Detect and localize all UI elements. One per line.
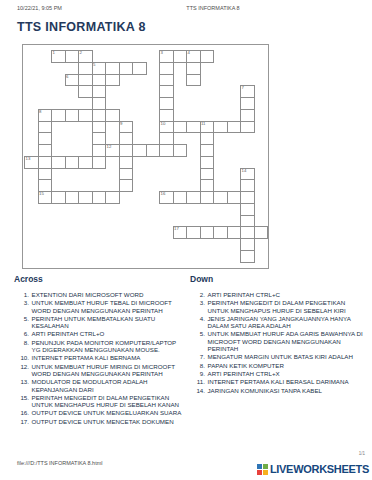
across-clue: 15.PERINTAH MENGEDIT DI DALAM PENGETIKAN… <box>14 394 186 409</box>
crossword-cell[interactable] <box>105 74 120 87</box>
crossword-cell[interactable] <box>92 156 107 169</box>
crossword-cell[interactable]: 12 <box>105 144 120 157</box>
clue-number: 17. <box>14 418 32 425</box>
down-clue: 9.ARTI PERINTAH CTRL+X <box>190 370 368 377</box>
clue-number-in-cell: 4 <box>188 51 190 56</box>
clue-number: 8. <box>14 339 32 354</box>
clue-number-in-cell: 14 <box>242 169 247 174</box>
clue-number: 2. <box>190 291 208 298</box>
clue-number-in-cell: 12 <box>107 145 112 150</box>
clue-number-in-cell: 1 <box>53 51 55 56</box>
clue-number-in-cell: 6 <box>66 75 68 80</box>
down-clue: 5.UNTUK MEMBUAT HURUF ADA GARIS BAWAHNYA… <box>190 330 368 352</box>
clue-number: 1. <box>14 291 32 298</box>
clue-number: 8. <box>190 362 208 369</box>
down-clue: 8.PAPAN KETIK KOMPUTER <box>190 362 368 369</box>
clue-text: ARTI PERINTAH CTRL+X <box>208 370 369 377</box>
crossword-cell[interactable] <box>240 250 255 263</box>
clue-number: 3. <box>14 299 32 314</box>
logo-color-square <box>257 470 262 475</box>
clue-text: PERINTAH MENGEDIT DI DALAM PENGETIKAN UN… <box>208 299 369 314</box>
clue-number: 5. <box>14 315 32 330</box>
clue-text: INTERNET PERTAMA KALI BERNAMA <box>32 354 187 361</box>
clue-number-in-cell: 10 <box>161 122 166 127</box>
across-heading: Across <box>14 274 186 284</box>
crossword-cell[interactable] <box>227 226 242 239</box>
crossword-cell[interactable] <box>51 156 66 169</box>
down-clue: 4.JENIS JARINGAN YANG JANGKAUANNYA HANYA… <box>190 315 368 330</box>
down-heading: Down <box>190 274 368 284</box>
footer-page-number: 1/1 <box>359 451 365 456</box>
down-clue: 2.ARTI PERINTAH CTRL+C <box>190 291 368 298</box>
crossword-cell[interactable] <box>78 109 93 122</box>
across-clues-section: Across 1.EXTENTION DARI MICROSOFT WORD3.… <box>14 274 186 426</box>
across-clue: 17.OUTPUT DEVICE UNTUK MENCETAK DOKUMEN <box>14 418 186 425</box>
crossword-cell[interactable]: 13 <box>24 156 39 169</box>
clue-text: UNTUK MEMBUAT HURUF ADA GARIS BAWAHNYA D… <box>208 330 369 352</box>
clue-text: EXTENTION DARI MICROSOFT WORD <box>32 291 187 298</box>
crossword-cell[interactable] <box>173 121 188 134</box>
crossword-cell[interactable] <box>227 191 242 204</box>
clue-text: ARTI PERINTAH CTRL+C <box>208 291 369 298</box>
liveworksheets-logo: LIVEWORKSHEETS <box>257 463 369 475</box>
crossword-cell[interactable] <box>254 226 269 239</box>
crossword-cell[interactable]: 1 <box>51 50 66 63</box>
liveworksheets-grid-icon <box>257 464 268 475</box>
crossword-cell[interactable] <box>186 74 201 87</box>
clue-number: 10. <box>14 354 32 361</box>
across-clue: 1.EXTENTION DARI MICROSOFT WORD <box>14 291 186 298</box>
header-datetime: 10/22/21, 9:05 PM <box>17 5 62 11</box>
crossword-cell[interactable] <box>213 191 228 204</box>
logo-color-square <box>263 470 268 475</box>
down-clue: 3.PERINTAH MENGEDIT DI DALAM PENGETIKAN … <box>190 299 368 314</box>
down-clue: 11.INTERNET PERTAMA KALI BERASAL DARIMAN… <box>190 378 368 385</box>
clue-number-in-cell: 13 <box>26 157 31 162</box>
crossword-cell[interactable]: 6 <box>65 74 80 87</box>
crossword-cell[interactable] <box>200 226 215 239</box>
crossword-cell[interactable] <box>119 179 134 192</box>
crossword-cell[interactable] <box>119 62 134 75</box>
clue-text: ARTI PERINTAH CTRL+O <box>32 330 187 337</box>
down-clues-section: Down 2.ARTI PERINTAH CTRL+C3.PERINTAH ME… <box>190 274 368 395</box>
crossword-cell[interactable] <box>213 121 228 134</box>
crossword-cell[interactable] <box>78 85 93 98</box>
crossword-cell[interactable] <box>51 191 66 204</box>
clue-number: 13. <box>14 378 32 393</box>
clue-text: OUTPUT DEVICE UNTUK MENCETAK DOKUMEN <box>32 418 187 425</box>
liveworksheets-logo-text: LIVEWORKSHEETS <box>270 463 369 475</box>
clue-number: 12. <box>14 363 32 378</box>
crossword-cell[interactable] <box>105 109 120 122</box>
clue-number: 4. <box>190 315 208 330</box>
clue-number: 11. <box>190 378 208 385</box>
clue-text: MODULATOR DE MODULATOR ADALAH KEPANJANGA… <box>32 378 187 393</box>
crossword-cell[interactable] <box>132 62 147 75</box>
clue-number-in-cell: 8 <box>39 110 41 115</box>
crossword-cell[interactable] <box>159 144 174 157</box>
clue-number-in-cell: 17 <box>174 227 179 232</box>
across-clue: 16.OUTPUT DEVICE UNTUK MENGELUARKAN SUAR… <box>14 409 186 416</box>
crossword-cell[interactable] <box>186 226 201 239</box>
clue-text: PENUNJUK PADA MONITOR KOMPUTER/LAPTOP YG… <box>32 339 187 354</box>
crossword-cell[interactable] <box>65 191 80 204</box>
clue-number: 16. <box>14 409 32 416</box>
clue-number: 14. <box>190 387 208 394</box>
clue-number-in-cell: 2 <box>80 51 82 56</box>
crossword-cell[interactable] <box>213 226 228 239</box>
clue-text: JARINGAN KOMUNIKASI TANPA KABEL <box>208 387 369 394</box>
crossword-cell[interactable] <box>65 50 80 63</box>
crossword-cell[interactable] <box>105 191 120 204</box>
across-clue: 12.UNTUK MEMBUAT HURUF MIRING DI MICROOF… <box>14 363 186 378</box>
across-clue-list: 1.EXTENTION DARI MICROSOFT WORD3.UNTUK M… <box>14 291 186 425</box>
header-doc-title: TTS INFORMATIKA 8 <box>186 5 239 11</box>
crossword-cell[interactable] <box>200 191 215 204</box>
crossword-cell[interactable] <box>65 156 80 169</box>
crossword-cell[interactable] <box>51 109 66 122</box>
clue-number-in-cell: 16 <box>161 192 166 197</box>
clue-text: OUTPUT DEVICE UNTUK MENGELUARKAN SUARA <box>32 409 187 416</box>
across-clue: 13.MODULATOR DE MODULATOR ADALAH KEPANJA… <box>14 378 186 393</box>
clue-text: PERINTAH MENGEDIT DI DALAM PENGETIKAN UN… <box>32 394 187 409</box>
crossword-cell[interactable] <box>173 191 188 204</box>
crossword-cell[interactable] <box>173 144 188 157</box>
crossword-cell[interactable] <box>240 121 255 134</box>
crossword-cell[interactable] <box>146 144 161 157</box>
crossword-grid: 1234567891011121314151617 <box>22 44 269 269</box>
clue-number: 5. <box>190 330 208 352</box>
logo-color-square <box>257 464 262 469</box>
crossword-cell[interactable] <box>173 50 188 63</box>
crossword-cell[interactable] <box>186 121 201 134</box>
crossword-cell[interactable]: 17 <box>173 226 188 239</box>
crossword-cell[interactable]: 16 <box>159 191 174 204</box>
crossword-cell[interactable] <box>200 50 215 63</box>
crossword-cell[interactable] <box>227 121 242 134</box>
clue-number: 7. <box>190 353 208 360</box>
clue-number-in-cell: 7 <box>242 86 244 91</box>
logo-color-square <box>263 464 268 469</box>
clue-number-in-cell: 3 <box>161 51 163 56</box>
crossword-cell[interactable] <box>65 109 80 122</box>
crossword-cell[interactable] <box>78 191 93 204</box>
clue-number-in-cell: 5 <box>93 63 95 68</box>
across-clue: 8.PENUNJUK PADA MONITOR KOMPUTER/LAPTOP … <box>14 339 186 354</box>
clue-text: JENIS JARINGAN YANG JANGKAUANNYA HANYA D… <box>208 315 369 330</box>
across-clue: 6.ARTI PERINTAH CTRL+O <box>14 330 186 337</box>
page-title: TTS INFORMATIKA 8 <box>17 20 146 34</box>
clue-number-in-cell: 11 <box>201 122 205 127</box>
clue-text: UNTUK MEMBUAT HURUF MIRING DI MICROOFT W… <box>32 363 187 378</box>
clue-text: INTERNET PERTAMA KALI BERASAL DARIMANA <box>208 378 369 385</box>
clue-number: 9. <box>190 370 208 377</box>
down-clue-list: 2.ARTI PERINTAH CTRL+C3.PERINTAH MENGEDI… <box>190 291 368 394</box>
across-clue: 10.INTERNET PERTAMA KALI BERNAMA <box>14 354 186 361</box>
footer-file-path: file:///D:/TTS INFORMATIKA 8.html <box>17 460 102 466</box>
down-clue: 14.JARINGAN KOMUNIKASI TANPA KABEL <box>190 387 368 394</box>
clue-number: 3. <box>190 299 208 314</box>
crossword-cell[interactable] <box>92 191 107 204</box>
clue-number: 15. <box>14 394 32 409</box>
crossword-cell[interactable] <box>132 144 147 157</box>
clue-text: PAPAN KETIK KOMPUTER <box>208 362 369 369</box>
clue-number: 6. <box>14 330 32 337</box>
clue-text: UNTUK MEMBUAT HURUF TEBAL DI MICROOFT WO… <box>32 299 187 314</box>
crossword-cell[interactable] <box>186 191 201 204</box>
clue-number-in-cell: 15 <box>39 192 44 197</box>
crossword-cell[interactable] <box>78 156 93 169</box>
down-clue: 7.MENGATUR MARGIN UNTUK BATAS KIRI ADALA… <box>190 353 368 360</box>
clue-text: PERINTAH UNTUK MEMBATALKAN SUATU KESALAH… <box>32 315 187 330</box>
across-clue: 5.PERINTAH UNTUK MEMBATALKAN SUATU KESAL… <box>14 315 186 330</box>
clue-number-in-cell: 9 <box>120 122 122 127</box>
across-clue: 3.UNTUK MEMBUAT HURUF TEBAL DI MICROOFT … <box>14 299 186 314</box>
crossword-cell[interactable]: 15 <box>38 191 53 204</box>
clue-text: MENGATUR MARGIN UNTUK BATAS KIRI ADALAH <box>208 353 369 360</box>
